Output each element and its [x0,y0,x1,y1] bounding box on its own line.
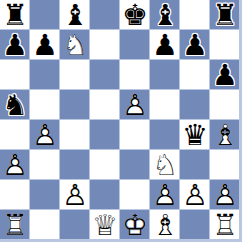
piece-glyph: ♟ [60,180,90,210]
black-king-piece[interactable]: ♚ [120,0,150,30]
black-pawn-piece[interactable]: ♟ [0,30,30,60]
piece-outline-glyph: ♙ [0,150,30,180]
square-e4[interactable] [120,120,150,150]
black-queen-piece[interactable]: ♛ [180,120,210,150]
square-g5[interactable] [180,90,210,120]
square-b2[interactable] [30,180,60,210]
square-d2[interactable] [90,180,120,210]
piece-glyph: ♛ [180,120,210,150]
square-f8[interactable]: ♝ [150,0,180,30]
piece-outline-glyph: ♔ [120,210,150,240]
piece-glyph: ♟ [180,180,210,210]
piece-glyph: ♟ [150,30,180,60]
white-rook-piece[interactable]: ♜♖ [0,210,30,240]
square-h8[interactable]: ♜ [210,0,240,30]
square-g8[interactable] [180,0,210,30]
white-knight-piece[interactable]: ♞♘ [60,30,90,60]
square-f5[interactable] [150,90,180,120]
white-pawn-piece[interactable]: ♟♙ [180,180,210,210]
square-f1[interactable]: ♝♗ [150,210,180,240]
piece-outline-glyph: ♙ [60,180,90,210]
square-b7[interactable]: ♟ [30,30,60,60]
square-g3[interactable] [180,150,210,180]
square-c7[interactable]: ♞♘ [60,30,90,60]
white-pawn-piece[interactable]: ♟♙ [0,150,30,180]
square-a5[interactable]: ♞ [0,90,30,120]
black-rook-piece[interactable]: ♜ [210,0,240,30]
square-h1[interactable]: ♜♖ [210,210,240,240]
piece-outline-glyph: ♗ [150,210,180,240]
square-e2[interactable] [120,180,150,210]
piece-outline-glyph: ♙ [150,180,180,210]
square-g7[interactable]: ♟ [180,30,210,60]
piece-glyph: ♟ [150,180,180,210]
piece-glyph: ♚ [120,0,150,30]
square-h4[interactable]: ♝♗ [210,120,240,150]
square-f7[interactable]: ♟ [150,30,180,60]
square-e3[interactable] [120,150,150,180]
square-a3[interactable]: ♟♙ [0,150,30,180]
piece-outline-glyph: ♘ [150,150,180,180]
piece-glyph: ♜ [0,210,30,240]
white-pawn-piece[interactable]: ♟♙ [60,180,90,210]
white-knight-piece[interactable]: ♞♘ [150,150,180,180]
piece-outline-glyph: ♖ [0,210,30,240]
square-a1[interactable]: ♜♖ [0,210,30,240]
piece-glyph: ♟ [30,30,60,60]
square-d6[interactable] [90,60,120,90]
piece-glyph: ♝ [150,210,180,240]
black-pawn-piece[interactable]: ♟ [210,60,240,90]
square-g2[interactable]: ♟♙ [180,180,210,210]
square-c8[interactable]: ♝ [60,0,90,30]
piece-glyph: ♟ [0,30,30,60]
square-f2[interactable]: ♟♙ [150,180,180,210]
white-pawn-piece[interactable]: ♟♙ [120,90,150,120]
square-d5[interactable] [90,90,120,120]
white-bishop-piece[interactable]: ♝♗ [210,120,240,150]
square-a8[interactable]: ♜ [0,0,30,30]
white-king-piece[interactable]: ♚♔ [120,210,150,240]
piece-glyph: ♟ [210,60,240,90]
square-f6[interactable] [150,60,180,90]
piece-outline-glyph: ♘ [60,30,90,60]
piece-glyph: ♝ [60,0,90,30]
piece-outline-glyph: ♙ [30,120,60,150]
piece-outline-glyph: ♙ [210,180,240,210]
square-c5[interactable] [60,90,90,120]
piece-glyph: ♜ [0,0,30,30]
square-f3[interactable]: ♞♘ [150,150,180,180]
white-pawn-piece[interactable]: ♟♙ [30,120,60,150]
white-rook-piece[interactable]: ♜♖ [210,210,240,240]
black-rook-piece[interactable]: ♜ [0,0,30,30]
square-g1[interactable] [180,210,210,240]
square-b1[interactable] [30,210,60,240]
square-b3[interactable] [30,150,60,180]
white-queen-piece[interactable]: ♛♕ [90,210,120,240]
piece-glyph: ♞ [0,90,30,120]
square-d1[interactable]: ♛♕ [90,210,120,240]
square-h2[interactable]: ♟♙ [210,180,240,210]
chess-board-container: ♜♝♚♝♜♟♟♞♘♟♟♟♞♟♙♟♙♛♝♗♟♙♞♘♟♙♟♙♟♙♟♙♜♖♛♕♚♔♝♗… [0,0,242,242]
piece-glyph: ♟ [210,180,240,210]
piece-glyph: ♟ [30,120,60,150]
piece-glyph: ♜ [210,0,240,30]
square-c4[interactable] [60,120,90,150]
square-c2[interactable]: ♟♙ [60,180,90,210]
white-pawn-piece[interactable]: ♟♙ [210,180,240,210]
piece-outline-glyph: ♗ [210,120,240,150]
white-pawn-piece[interactable]: ♟♙ [150,180,180,210]
piece-outline-glyph: ♖ [210,210,240,240]
square-d7[interactable] [90,30,120,60]
piece-outline-glyph: ♙ [180,180,210,210]
square-e1[interactable]: ♚♔ [120,210,150,240]
square-a6[interactable] [0,60,30,90]
piece-glyph: ♜ [210,210,240,240]
piece-glyph: ♞ [150,150,180,180]
square-h7[interactable] [210,30,240,60]
square-e5[interactable]: ♟♙ [120,90,150,120]
black-pawn-piece[interactable]: ♟ [150,30,180,60]
black-knight-piece[interactable]: ♞ [0,90,30,120]
piece-glyph: ♞ [60,30,90,60]
piece-glyph: ♟ [0,150,30,180]
square-d3[interactable] [90,150,120,180]
square-d8[interactable] [90,0,120,30]
square-b5[interactable] [30,90,60,120]
square-c6[interactable] [60,60,90,90]
piece-glyph: ♝ [210,120,240,150]
square-e8[interactable]: ♚ [120,0,150,30]
chess-board: ♜♝♚♝♜♟♟♞♘♟♟♟♞♟♙♟♙♛♝♗♟♙♞♘♟♙♟♙♟♙♟♙♜♖♛♕♚♔♝♗… [0,0,240,240]
square-f4[interactable] [150,120,180,150]
square-h3[interactable] [210,150,240,180]
white-bishop-piece[interactable]: ♝♗ [150,210,180,240]
black-pawn-piece[interactable]: ♟ [180,30,210,60]
piece-glyph: ♝ [150,0,180,30]
square-e7[interactable] [120,30,150,60]
square-c3[interactable] [60,150,90,180]
piece-glyph: ♟ [180,30,210,60]
square-h5[interactable] [210,90,240,120]
square-a2[interactable] [0,180,30,210]
square-h6[interactable]: ♟ [210,60,240,90]
piece-outline-glyph: ♙ [120,90,150,120]
square-a4[interactable] [0,120,30,150]
square-b8[interactable] [30,0,60,30]
black-pawn-piece[interactable]: ♟ [30,30,60,60]
black-bishop-piece[interactable]: ♝ [150,0,180,30]
square-d4[interactable] [90,120,120,150]
piece-glyph: ♟ [120,90,150,120]
square-a7[interactable]: ♟ [0,30,30,60]
square-b6[interactable] [30,60,60,90]
piece-glyph: ♛ [90,210,120,240]
square-g6[interactable] [180,60,210,90]
square-b4[interactable]: ♟♙ [30,120,60,150]
square-c1[interactable] [60,210,90,240]
piece-glyph: ♚ [120,210,150,240]
square-g4[interactable]: ♛ [180,120,210,150]
piece-outline-glyph: ♕ [90,210,120,240]
square-e6[interactable] [120,60,150,90]
black-bishop-piece[interactable]: ♝ [60,0,90,30]
